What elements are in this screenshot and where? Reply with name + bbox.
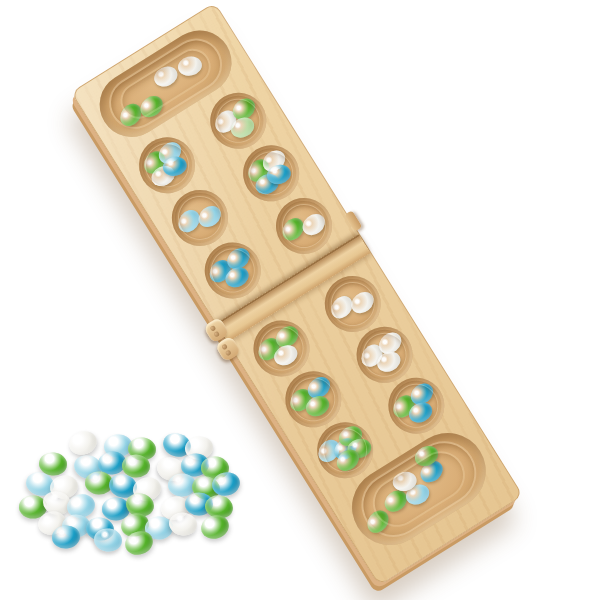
gem-blue xyxy=(223,244,254,274)
gem-blue xyxy=(304,373,335,403)
gem-green xyxy=(278,214,308,245)
gem-clear xyxy=(176,54,204,78)
gem-green xyxy=(333,445,364,475)
gem-green xyxy=(229,94,260,124)
gem-blue xyxy=(205,256,235,287)
gem-green xyxy=(363,506,393,537)
gem-green xyxy=(140,147,170,178)
gem-blue-light xyxy=(174,206,204,237)
gem-clear xyxy=(391,469,419,493)
gem-green xyxy=(272,322,303,352)
gem-clear xyxy=(211,106,241,137)
gem-blue xyxy=(416,457,447,487)
gem-blue xyxy=(406,399,436,427)
product-photo-canvas xyxy=(0,0,600,600)
gem-blue xyxy=(161,154,189,178)
gem-green xyxy=(380,486,411,516)
gem-clear xyxy=(375,328,406,358)
gem-green xyxy=(336,422,366,450)
gem-blue xyxy=(51,524,81,549)
gem-blue xyxy=(265,162,293,186)
gem-pile xyxy=(8,408,253,558)
gem-clear xyxy=(66,427,100,458)
gem-green xyxy=(389,391,419,422)
gem-blue xyxy=(252,170,282,198)
gem-green xyxy=(286,385,316,416)
gem-blue-light xyxy=(93,527,124,554)
gem-blue-light xyxy=(194,202,225,232)
gem-blue xyxy=(407,379,438,409)
gem-clear xyxy=(347,288,378,318)
gem-green xyxy=(136,92,167,122)
gem-clear xyxy=(357,340,387,371)
gem-green-light xyxy=(228,114,258,142)
gem-blue-light xyxy=(155,138,186,168)
gem-blue-light xyxy=(403,481,433,509)
gem-clear xyxy=(151,63,181,91)
gem-green xyxy=(345,436,373,460)
gem-clear xyxy=(298,210,329,240)
gem-blue-light xyxy=(314,436,344,467)
gem-green xyxy=(412,442,442,470)
gem-clear xyxy=(271,341,301,369)
gem-green xyxy=(244,155,274,186)
gem-clear xyxy=(327,292,357,323)
latch-tab xyxy=(344,210,362,232)
gem-green xyxy=(303,392,333,420)
gem-clear xyxy=(374,348,404,376)
gem-blue xyxy=(330,434,361,464)
gem-clear xyxy=(259,146,290,176)
gem-green xyxy=(116,100,146,131)
gem-blue xyxy=(222,263,252,291)
gem-green xyxy=(254,334,284,365)
gem-clear xyxy=(148,162,178,190)
